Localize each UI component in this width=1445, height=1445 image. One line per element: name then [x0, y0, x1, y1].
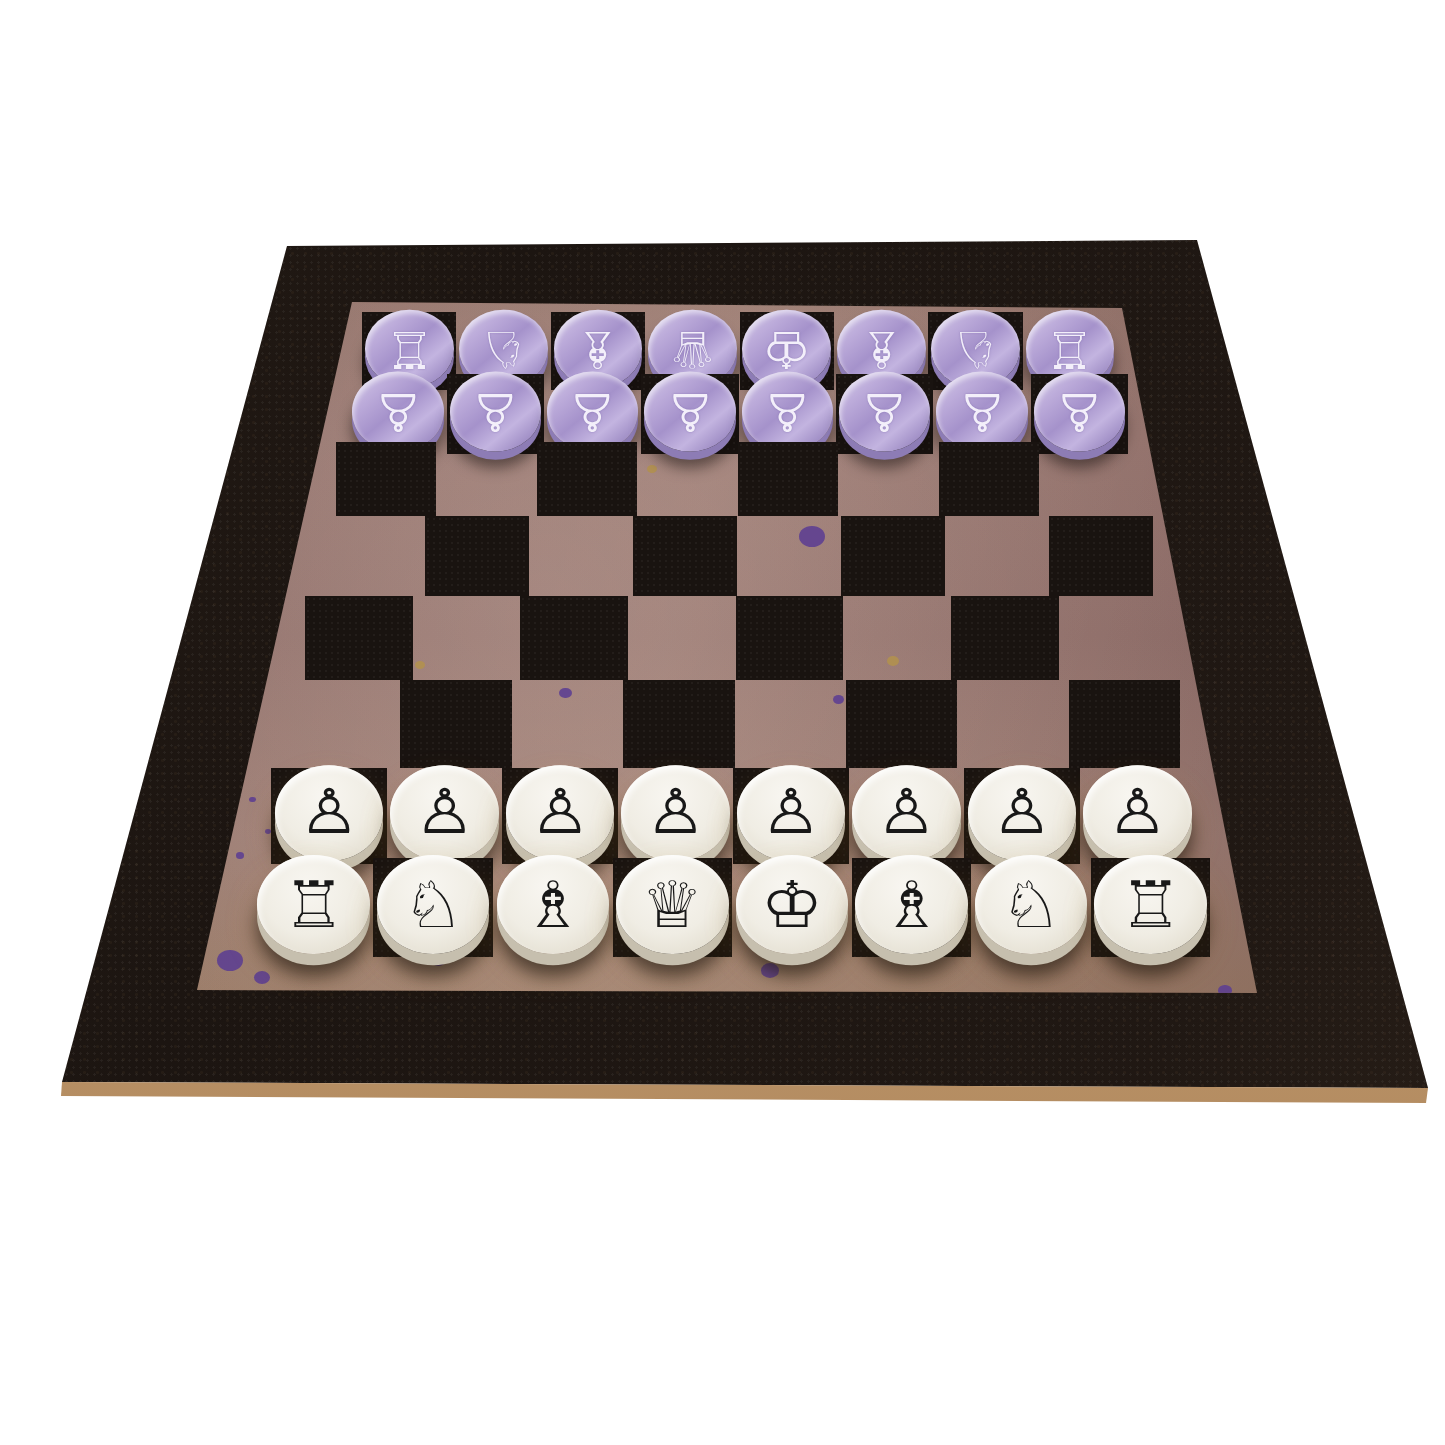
bishop-glyph: ♗ — [573, 323, 622, 374]
pawn-glyph: ♙ — [761, 782, 821, 844]
pawn-glyph: ♙ — [470, 386, 521, 438]
piece-black-pawn-a7[interactable]: ♙ — [352, 372, 443, 452]
square-e3[interactable] — [735, 680, 846, 768]
rank-6 — [336, 442, 1140, 516]
square-g5[interactable] — [945, 516, 1049, 596]
square-f3[interactable] — [846, 680, 957, 768]
square-d2[interactable]: ♙ — [618, 768, 733, 864]
square-d5[interactable] — [633, 516, 737, 596]
pawn-glyph: ♙ — [299, 782, 359, 844]
queen-glyph: ♕ — [641, 872, 703, 936]
bishop-glyph: ♗ — [880, 872, 942, 936]
rook-glyph: ♖ — [385, 323, 434, 374]
rook-glyph: ♖ — [1119, 872, 1181, 936]
pawn-glyph: ♙ — [762, 386, 813, 438]
bishop-glyph: ♗ — [857, 323, 906, 374]
square-h2[interactable]: ♙ — [1080, 768, 1195, 864]
piece-white-bishop-f1[interactable]: ♗ — [855, 855, 967, 954]
piece-white-king-e1[interactable]: ♔ — [736, 855, 848, 954]
rank-8: ♖♘♗♕♔♗♘♖ — [362, 312, 1117, 374]
square-h5[interactable] — [1049, 516, 1153, 596]
king-glyph: ♔ — [761, 872, 823, 936]
square-f4[interactable] — [843, 596, 951, 680]
piece-white-pawn-h2[interactable]: ♙ — [1083, 765, 1192, 861]
photo-stage: ♖♘♗♕♔♗♘♖♙♙♙♙♙♙♙♙♙♙♙♙♙♙♙♙♖♘♗♕♔♗♘♖ — [0, 0, 1445, 1445]
square-e4[interactable] — [736, 596, 844, 680]
rank-3 — [289, 680, 1181, 768]
square-h6[interactable] — [1039, 442, 1140, 516]
square-g6[interactable] — [939, 442, 1039, 516]
square-d4[interactable] — [628, 596, 736, 680]
chessboard: ♖♘♗♕♔♗♘♖♙♙♙♙♙♙♙♙♙♙♙♙♙♙♙♙♖♘♗♕♔♗♘♖ — [0, 0, 1445, 1445]
square-a4[interactable] — [305, 596, 413, 680]
pawn-glyph: ♙ — [645, 782, 705, 844]
square-a5[interactable] — [321, 516, 425, 596]
pawn-glyph: ♙ — [567, 386, 618, 438]
piece-white-pawn-a2[interactable]: ♙ — [275, 765, 384, 861]
piece-white-pawn-d2[interactable]: ♙ — [621, 765, 730, 861]
piece-black-pawn-g7[interactable]: ♙ — [936, 372, 1027, 452]
square-d6[interactable] — [637, 442, 738, 516]
piece-black-pawn-d7[interactable]: ♙ — [644, 372, 735, 452]
pawn-glyph: ♙ — [665, 386, 716, 438]
knight-glyph: ♘ — [951, 323, 1000, 374]
piece-black-pawn-f7[interactable]: ♙ — [839, 372, 930, 452]
square-b4[interactable] — [413, 596, 521, 680]
square-a3[interactable] — [289, 680, 400, 768]
square-h1[interactable]: ♖ — [1091, 858, 1211, 957]
square-f1[interactable]: ♗ — [852, 858, 972, 957]
queen-glyph: ♕ — [668, 323, 717, 374]
square-b3[interactable] — [400, 680, 511, 768]
square-g4[interactable] — [951, 596, 1059, 680]
square-f2[interactable]: ♙ — [849, 768, 964, 864]
square-b1[interactable]: ♘ — [373, 858, 493, 957]
piece-white-rook-h1[interactable]: ♖ — [1094, 855, 1206, 954]
piece-black-pawn-h7[interactable]: ♙ — [1034, 372, 1125, 452]
square-h3[interactable] — [1069, 680, 1180, 768]
square-g3[interactable] — [957, 680, 1068, 768]
pawn-glyph: ♙ — [957, 386, 1008, 438]
piece-white-knight-b1[interactable]: ♘ — [377, 855, 489, 954]
square-a6[interactable] — [336, 442, 436, 516]
square-g1[interactable]: ♘ — [971, 858, 1091, 957]
pawn-glyph: ♙ — [373, 386, 424, 438]
pawn-glyph: ♙ — [876, 782, 936, 844]
square-c1[interactable]: ♗ — [493, 858, 613, 957]
square-f5[interactable] — [841, 516, 945, 596]
square-c3[interactable] — [512, 680, 623, 768]
square-b2[interactable]: ♙ — [387, 768, 502, 864]
piece-white-rook-a1[interactable]: ♖ — [257, 855, 369, 954]
piece-white-pawn-b2[interactable]: ♙ — [390, 765, 499, 861]
piece-white-bishop-c1[interactable]: ♗ — [497, 855, 609, 954]
piece-white-queen-d1[interactable]: ♕ — [616, 855, 728, 954]
pawn-glyph: ♙ — [859, 386, 910, 438]
piece-white-pawn-f2[interactable]: ♙ — [852, 765, 961, 861]
square-c2[interactable]: ♙ — [502, 768, 617, 864]
rook-glyph: ♖ — [1045, 323, 1094, 374]
square-g2[interactable]: ♙ — [964, 768, 1079, 864]
pawn-glyph: ♙ — [1054, 386, 1105, 438]
square-d1[interactable]: ♕ — [613, 858, 733, 957]
square-e5[interactable] — [737, 516, 841, 596]
square-h4[interactable] — [1059, 596, 1167, 680]
square-f6[interactable] — [838, 442, 939, 516]
pawn-glyph: ♙ — [530, 782, 590, 844]
piece-black-pawn-b7[interactable]: ♙ — [450, 372, 541, 452]
square-b6[interactable] — [436, 442, 537, 516]
bishop-glyph: ♗ — [522, 872, 584, 936]
square-c6[interactable] — [537, 442, 637, 516]
square-e6[interactable] — [738, 442, 838, 516]
pawn-glyph: ♙ — [1107, 782, 1167, 844]
king-glyph: ♔ — [762, 323, 811, 374]
rank-2: ♙♙♙♙♙♙♙♙ — [271, 768, 1195, 858]
square-c5[interactable] — [529, 516, 633, 596]
rook-glyph: ♖ — [282, 872, 344, 936]
piece-black-pawn-e7[interactable]: ♙ — [742, 372, 833, 452]
piece-white-pawn-c2[interactable]: ♙ — [506, 765, 615, 861]
rank-1: ♖♘♗♕♔♗♘♖ — [254, 858, 1210, 950]
pawn-glyph: ♙ — [992, 782, 1052, 844]
square-a1[interactable]: ♖ — [254, 858, 374, 957]
square-b5[interactable] — [425, 516, 529, 596]
pawn-glyph: ♙ — [414, 782, 474, 844]
knight-glyph: ♘ — [1000, 872, 1062, 936]
square-e1[interactable]: ♔ — [732, 858, 852, 957]
square-e2[interactable]: ♙ — [733, 768, 848, 864]
rank-5 — [321, 516, 1153, 596]
piece-white-pawn-g2[interactable]: ♙ — [968, 765, 1077, 861]
rank-7: ♙♙♙♙♙♙♙♙ — [349, 374, 1127, 442]
knight-glyph: ♘ — [479, 323, 528, 374]
piece-white-pawn-e2[interactable]: ♙ — [737, 765, 846, 861]
square-a2[interactable]: ♙ — [271, 768, 386, 864]
piece-black-pawn-c7[interactable]: ♙ — [547, 372, 638, 452]
square-c4[interactable] — [520, 596, 628, 680]
piece-white-knight-g1[interactable]: ♘ — [975, 855, 1087, 954]
square-d3[interactable] — [623, 680, 734, 768]
knight-glyph: ♘ — [402, 872, 464, 936]
rank-4 — [305, 596, 1166, 680]
